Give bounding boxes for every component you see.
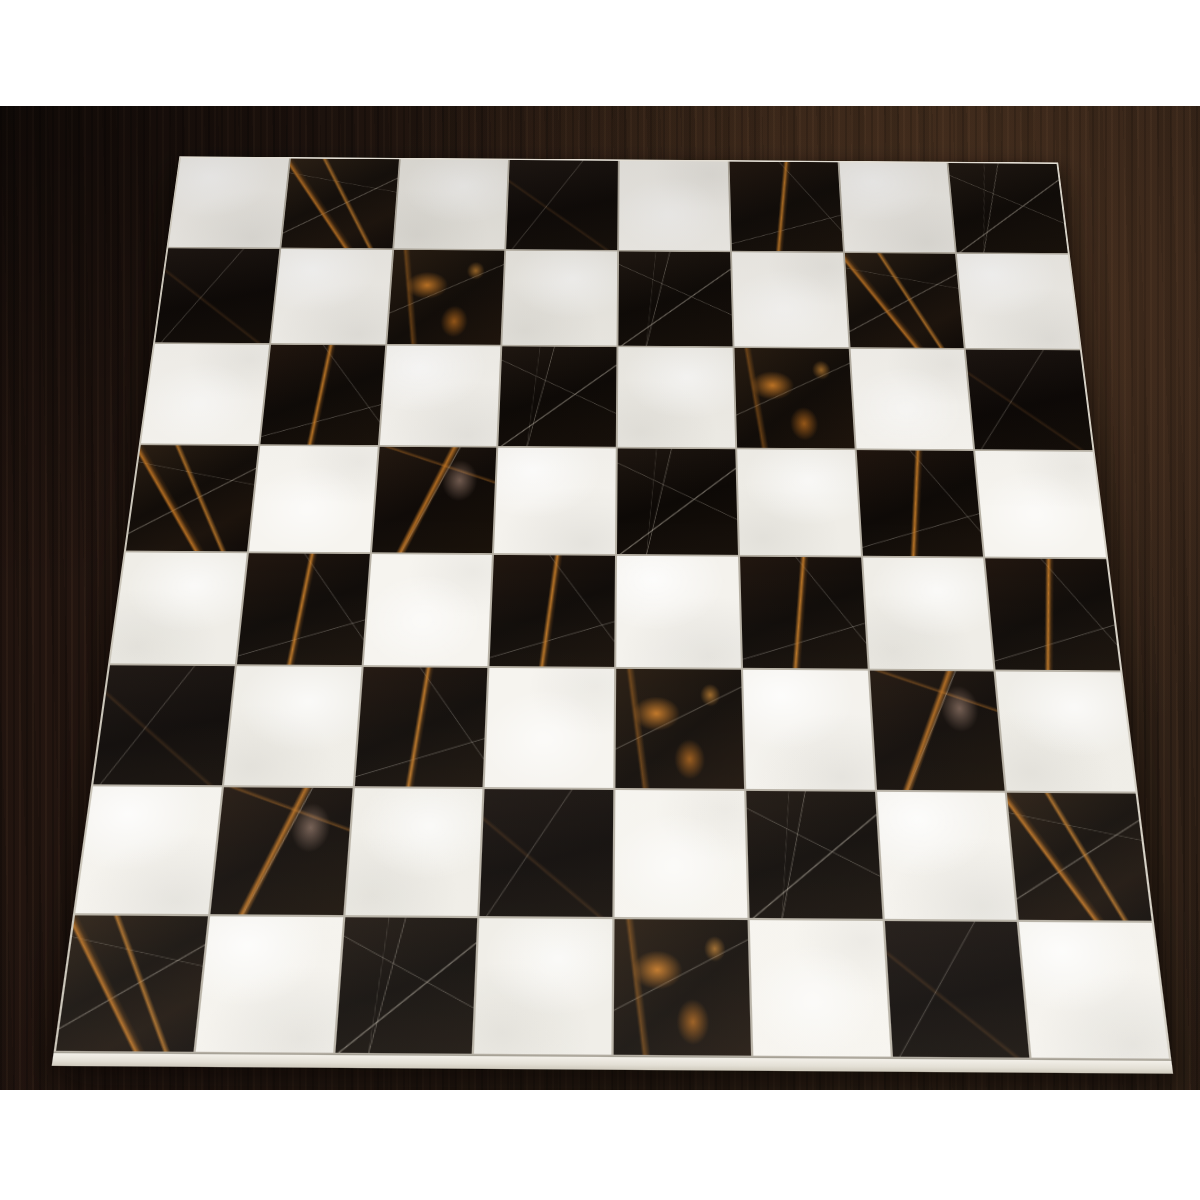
square-d5 [494, 447, 615, 553]
square-d6 [499, 346, 617, 446]
square-e4 [616, 555, 740, 668]
square-c7 [387, 250, 505, 345]
square-b1 [195, 916, 342, 1052]
square-b4 [237, 553, 370, 666]
square-h2 [1007, 793, 1151, 921]
square-b3 [224, 667, 361, 787]
square-g1 [884, 921, 1029, 1057]
square-c1 [335, 917, 478, 1053]
square-f1 [749, 920, 890, 1056]
square-h8 [949, 163, 1068, 253]
square-e1 [614, 919, 751, 1055]
square-g8 [839, 162, 955, 252]
square-h3 [996, 672, 1135, 792]
square-d1 [474, 918, 612, 1054]
square-c6 [379, 345, 500, 445]
square-h6 [966, 349, 1092, 449]
square-g7 [844, 253, 964, 348]
square-g2 [877, 792, 1017, 920]
square-c5 [372, 446, 497, 552]
square-b8 [281, 159, 398, 249]
square-e5 [617, 448, 738, 554]
square-b7 [271, 249, 392, 344]
square-h1 [1019, 922, 1169, 1059]
square-c3 [354, 667, 487, 787]
square-f7 [732, 252, 848, 347]
square-h7 [957, 254, 1080, 349]
square-a4 [110, 552, 246, 665]
square-c4 [363, 554, 492, 667]
square-d8 [506, 160, 617, 250]
square-g6 [850, 349, 973, 449]
square-f6 [734, 348, 854, 448]
square-a7 [155, 248, 279, 343]
square-e6 [618, 347, 735, 447]
square-d7 [503, 251, 618, 346]
square-f2 [746, 791, 882, 919]
square-a2 [75, 787, 221, 915]
square-c8 [394, 159, 508, 249]
square-g3 [869, 671, 1005, 791]
marble-chessboard [54, 156, 1172, 1059]
square-b2 [210, 788, 352, 916]
chess-board-grid [54, 156, 1172, 1059]
square-a3 [93, 666, 234, 786]
square-g5 [856, 450, 983, 556]
square-e3 [615, 669, 743, 789]
square-a8 [168, 158, 288, 248]
square-h5 [975, 451, 1106, 557]
square-d4 [490, 554, 615, 667]
square-f4 [740, 556, 867, 669]
square-b5 [249, 446, 378, 552]
square-d2 [480, 789, 614, 917]
square-c2 [345, 788, 483, 916]
square-f5 [737, 449, 861, 555]
product-photo [0, 106, 1200, 1090]
square-h4 [985, 558, 1120, 671]
square-e2 [615, 790, 748, 918]
square-e7 [618, 251, 732, 346]
square-f3 [743, 670, 875, 790]
square-f8 [729, 162, 842, 252]
square-d3 [485, 668, 614, 788]
square-a6 [141, 344, 269, 444]
square-g4 [863, 557, 994, 670]
white-frame-bottom [0, 1090, 1200, 1200]
white-frame-top [0, 0, 1200, 106]
square-a1 [56, 915, 208, 1051]
square-e8 [619, 161, 730, 251]
square-b6 [260, 345, 385, 445]
square-a5 [126, 445, 258, 551]
